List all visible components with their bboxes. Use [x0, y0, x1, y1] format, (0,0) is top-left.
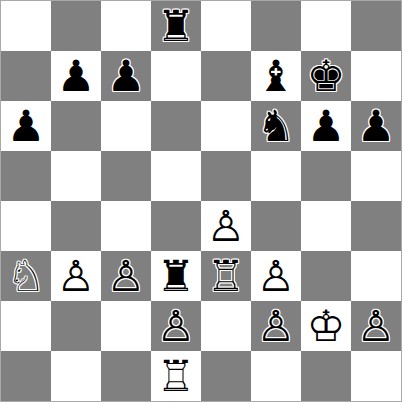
square-g3[interactable] — [301, 251, 351, 301]
square-d3[interactable]: ♜ — [151, 251, 201, 301]
square-d5[interactable] — [151, 151, 201, 201]
piece-black-knight[interactable]: ♞ — [251, 101, 301, 151]
piece-white-pawn[interactable]: ♙ — [101, 251, 151, 301]
square-a8[interactable] — [1, 1, 51, 51]
square-e3[interactable]: ♖ — [201, 251, 251, 301]
square-c8[interactable] — [101, 1, 151, 51]
square-e2[interactable] — [201, 301, 251, 351]
square-f8[interactable] — [251, 1, 301, 51]
square-h5[interactable] — [351, 151, 401, 201]
square-f4[interactable] — [251, 201, 301, 251]
square-h6[interactable]: ♟ — [351, 101, 401, 151]
piece-white-rook[interactable]: ♖ — [151, 351, 201, 401]
piece-black-pawn[interactable]: ♟ — [101, 51, 151, 101]
square-g1[interactable] — [301, 351, 351, 401]
square-a7[interactable] — [1, 51, 51, 101]
piece-white-pawn[interactable]: ♙ — [201, 201, 251, 251]
square-d2[interactable]: ♙ — [151, 301, 201, 351]
piece-white-pawn[interactable]: ♙ — [151, 301, 201, 351]
square-b4[interactable] — [51, 201, 101, 251]
square-a3[interactable]: ♘ — [1, 251, 51, 301]
square-g7[interactable]: ♚ — [301, 51, 351, 101]
square-h7[interactable] — [351, 51, 401, 101]
square-a1[interactable] — [1, 351, 51, 401]
piece-black-bishop[interactable]: ♝ — [251, 51, 301, 101]
square-e1[interactable] — [201, 351, 251, 401]
square-g2[interactable]: ♔ — [301, 301, 351, 351]
square-g5[interactable] — [301, 151, 351, 201]
square-b6[interactable] — [51, 101, 101, 151]
square-b1[interactable] — [51, 351, 101, 401]
square-c7[interactable]: ♟ — [101, 51, 151, 101]
piece-white-pawn[interactable]: ♙ — [51, 251, 101, 301]
square-d1[interactable]: ♖ — [151, 351, 201, 401]
piece-white-rook[interactable]: ♖ — [201, 251, 251, 301]
square-b8[interactable] — [51, 1, 101, 51]
square-c3[interactable]: ♙ — [101, 251, 151, 301]
piece-black-pawn[interactable]: ♟ — [301, 101, 351, 151]
square-a6[interactable]: ♟ — [1, 101, 51, 151]
piece-white-king[interactable]: ♔ — [301, 301, 351, 351]
square-f1[interactable] — [251, 351, 301, 401]
piece-black-rook[interactable]: ♜ — [151, 251, 201, 301]
square-h2[interactable]: ♙ — [351, 301, 401, 351]
square-f5[interactable] — [251, 151, 301, 201]
square-f6[interactable]: ♞ — [251, 101, 301, 151]
square-a2[interactable] — [1, 301, 51, 351]
square-b3[interactable]: ♙ — [51, 251, 101, 301]
piece-black-rook[interactable]: ♜ — [151, 1, 201, 51]
square-c4[interactable] — [101, 201, 151, 251]
square-c6[interactable] — [101, 101, 151, 151]
square-b2[interactable] — [51, 301, 101, 351]
square-e6[interactable] — [201, 101, 251, 151]
square-f2[interactable]: ♙ — [251, 301, 301, 351]
piece-black-pawn[interactable]: ♟ — [51, 51, 101, 101]
square-b5[interactable] — [51, 151, 101, 201]
piece-white-pawn[interactable]: ♙ — [351, 301, 401, 351]
square-g4[interactable] — [301, 201, 351, 251]
square-e7[interactable] — [201, 51, 251, 101]
square-e8[interactable] — [201, 1, 251, 51]
piece-white-pawn[interactable]: ♙ — [251, 301, 301, 351]
square-d8[interactable]: ♜ — [151, 1, 201, 51]
piece-white-pawn[interactable]: ♙ — [251, 251, 301, 301]
square-g8[interactable] — [301, 1, 351, 51]
piece-black-pawn[interactable]: ♟ — [1, 101, 51, 151]
square-h4[interactable] — [351, 201, 401, 251]
square-d4[interactable] — [151, 201, 201, 251]
square-h3[interactable] — [351, 251, 401, 301]
square-b7[interactable]: ♟ — [51, 51, 101, 101]
square-d6[interactable] — [151, 101, 201, 151]
piece-black-pawn[interactable]: ♟ — [351, 101, 401, 151]
square-a4[interactable] — [1, 201, 51, 251]
square-e4[interactable]: ♙ — [201, 201, 251, 251]
square-c1[interactable] — [101, 351, 151, 401]
square-h1[interactable] — [351, 351, 401, 401]
piece-black-king[interactable]: ♚ — [301, 51, 351, 101]
piece-white-knight[interactable]: ♘ — [1, 251, 51, 301]
chess-board: ♜♟♟♝♚♟♞♟♟♙♘♙♙♜♖♙♙♙♔♙♖ — [1, 1, 401, 401]
square-e5[interactable] — [201, 151, 251, 201]
chess-board-frame: ♜♟♟♝♚♟♞♟♟♙♘♙♙♜♖♙♙♙♔♙♖ — [0, 0, 402, 402]
square-a5[interactable] — [1, 151, 51, 201]
square-h8[interactable] — [351, 1, 401, 51]
square-f3[interactable]: ♙ — [251, 251, 301, 301]
square-d7[interactable] — [151, 51, 201, 101]
square-g6[interactable]: ♟ — [301, 101, 351, 151]
square-c5[interactable] — [101, 151, 151, 201]
square-f7[interactable]: ♝ — [251, 51, 301, 101]
square-c2[interactable] — [101, 301, 151, 351]
